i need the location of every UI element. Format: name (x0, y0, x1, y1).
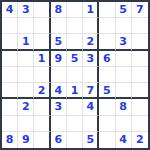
cell-r8c7[interactable] (99, 116, 115, 132)
cell-r4c1[interactable] (2, 51, 18, 67)
cell-r9c3[interactable] (34, 132, 50, 148)
cell-r3c8[interactable]: 3 (116, 34, 132, 50)
cell-r5c7[interactable] (99, 67, 115, 83)
cell-r6c3[interactable]: 2 (34, 83, 50, 99)
cell-r9c2[interactable]: 9 (18, 132, 34, 148)
cell-r7c9[interactable] (132, 99, 148, 115)
cell-r4c8[interactable] (116, 51, 132, 67)
cell-r2c3[interactable] (34, 18, 50, 34)
cell-r2c1[interactable] (2, 18, 18, 34)
cell-r8c1[interactable] (2, 116, 18, 132)
cell-r9c1[interactable]: 8 (2, 132, 18, 148)
cell-r5c6[interactable] (83, 67, 99, 83)
cell-r3c6[interactable]: 2 (83, 34, 99, 50)
cell-r5c9[interactable] (132, 67, 148, 83)
cell-r4c3[interactable]: 1 (34, 51, 50, 67)
cell-r7c8[interactable]: 8 (116, 99, 132, 115)
cell-r3c3[interactable] (34, 34, 50, 50)
cell-r7c2[interactable]: 2 (18, 99, 34, 115)
cell-r7c3[interactable] (34, 99, 50, 115)
cell-r3c5[interactable] (67, 34, 83, 50)
cell-r4c9[interactable] (132, 51, 148, 67)
cell-r5c3[interactable] (34, 67, 50, 83)
cell-r3c7[interactable] (99, 34, 115, 50)
cell-r6c8[interactable] (116, 83, 132, 99)
cell-r6c7[interactable]: 5 (99, 83, 115, 99)
cell-r8c5[interactable] (67, 116, 83, 132)
cell-r1c6[interactable]: 1 (83, 2, 99, 18)
cell-r5c4[interactable] (51, 67, 67, 83)
cell-r6c1[interactable] (2, 83, 18, 99)
cell-r8c9[interactable] (132, 116, 148, 132)
cell-r1c8[interactable]: 5 (116, 2, 132, 18)
cell-r7c6[interactable]: 4 (83, 99, 99, 115)
sudoku-board: 438157152319536241752348896542 (0, 0, 150, 150)
cell-r1c1[interactable]: 4 (2, 2, 18, 18)
cell-r9c8[interactable]: 4 (116, 132, 132, 148)
cell-r7c1[interactable] (2, 99, 18, 115)
cell-r3c1[interactable] (2, 34, 18, 50)
cell-r1c7[interactable] (99, 2, 115, 18)
cell-r6c5[interactable]: 1 (67, 83, 83, 99)
cell-r4c4[interactable]: 9 (51, 51, 67, 67)
cell-r6c9[interactable] (132, 83, 148, 99)
cell-r1c9[interactable]: 7 (132, 2, 148, 18)
cell-r1c2[interactable]: 3 (18, 2, 34, 18)
cell-r5c5[interactable] (67, 67, 83, 83)
cell-r2c4[interactable] (51, 18, 67, 34)
cell-r8c3[interactable] (34, 116, 50, 132)
cell-r5c1[interactable] (2, 67, 18, 83)
cell-r9c9[interactable]: 2 (132, 132, 148, 148)
cell-r9c5[interactable] (67, 132, 83, 148)
cell-r7c5[interactable] (67, 99, 83, 115)
cell-r4c7[interactable]: 6 (99, 51, 115, 67)
cell-r8c6[interactable] (83, 116, 99, 132)
cell-r3c2[interactable]: 1 (18, 34, 34, 50)
cell-r4c5[interactable]: 5 (67, 51, 83, 67)
cell-r6c2[interactable] (18, 83, 34, 99)
cell-r2c8[interactable] (116, 18, 132, 34)
cell-r7c4[interactable]: 3 (51, 99, 67, 115)
cell-r2c7[interactable] (99, 18, 115, 34)
cell-r2c5[interactable] (67, 18, 83, 34)
cell-r6c6[interactable]: 7 (83, 83, 99, 99)
cell-r8c8[interactable] (116, 116, 132, 132)
cell-r2c2[interactable] (18, 18, 34, 34)
cell-r5c2[interactable] (18, 67, 34, 83)
cell-r9c7[interactable] (99, 132, 115, 148)
cell-r8c2[interactable] (18, 116, 34, 132)
cell-r3c9[interactable] (132, 34, 148, 50)
cell-r9c4[interactable]: 6 (51, 132, 67, 148)
cell-r8c4[interactable] (51, 116, 67, 132)
cell-r1c4[interactable]: 8 (51, 2, 67, 18)
cell-r4c2[interactable] (18, 51, 34, 67)
cell-r1c3[interactable] (34, 2, 50, 18)
cell-r6c4[interactable]: 4 (51, 83, 67, 99)
cell-r3c4[interactable]: 5 (51, 34, 67, 50)
cell-r2c6[interactable] (83, 18, 99, 34)
cell-r5c8[interactable] (116, 67, 132, 83)
cell-r1c5[interactable] (67, 2, 83, 18)
cell-r2c9[interactable] (132, 18, 148, 34)
cell-r7c7[interactable] (99, 99, 115, 115)
cell-r4c6[interactable]: 3 (83, 51, 99, 67)
cell-r9c6[interactable]: 5 (83, 132, 99, 148)
